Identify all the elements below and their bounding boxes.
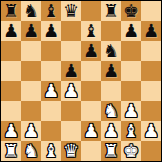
- piece-black-rook: ♜: [103, 1, 119, 21]
- square-f7[interactable]: [101, 21, 121, 41]
- piece-black-pawn: ♟: [83, 41, 99, 61]
- square-g4[interactable]: [121, 81, 141, 101]
- square-g5[interactable]: [121, 61, 141, 81]
- piece-black-bishop: ♝: [83, 21, 99, 41]
- square-a6[interactable]: [1, 41, 21, 61]
- square-b5[interactable]: [21, 61, 41, 81]
- piece-black-queen: ♛: [63, 1, 79, 21]
- square-e3[interactable]: [81, 101, 101, 121]
- square-a7[interactable]: ♟: [1, 21, 21, 41]
- square-g6[interactable]: [121, 41, 141, 61]
- square-d8[interactable]: ♛: [61, 1, 81, 21]
- square-d2[interactable]: [61, 121, 81, 141]
- piece-white-pawn: ♟: [63, 81, 79, 101]
- piece-black-knight: ♞: [23, 1, 39, 21]
- square-f8[interactable]: ♜: [101, 1, 121, 21]
- square-h1[interactable]: [141, 141, 161, 161]
- square-h5[interactable]: [141, 61, 161, 81]
- square-e7[interactable]: ♝: [81, 21, 101, 41]
- piece-white-bishop: ♝: [123, 121, 139, 141]
- square-f3[interactable]: ♞: [101, 101, 121, 121]
- square-a1[interactable]: ♜: [1, 141, 21, 161]
- piece-white-pawn: ♟: [23, 121, 39, 141]
- piece-black-knight: ♞: [103, 41, 119, 61]
- square-a8[interactable]: ♜: [1, 1, 21, 21]
- square-f5[interactable]: ♟: [101, 61, 121, 81]
- square-e8[interactable]: [81, 1, 101, 21]
- piece-white-king: ♚: [123, 141, 139, 161]
- piece-black-bishop: ♝: [43, 1, 59, 21]
- square-d3[interactable]: [61, 101, 81, 121]
- square-b2[interactable]: ♟: [21, 121, 41, 141]
- square-b3[interactable]: [21, 101, 41, 121]
- square-b7[interactable]: ♟: [21, 21, 41, 41]
- piece-white-pawn: ♟: [143, 121, 159, 141]
- square-g8[interactable]: ♚: [121, 1, 141, 21]
- square-c3[interactable]: [41, 101, 61, 121]
- square-h6[interactable]: [141, 41, 161, 61]
- square-a2[interactable]: ♟: [1, 121, 21, 141]
- square-h3[interactable]: [141, 101, 161, 121]
- square-d5[interactable]: ♟: [61, 61, 81, 81]
- square-c2[interactable]: [41, 121, 61, 141]
- square-f1[interactable]: ♜: [101, 141, 121, 161]
- square-b8[interactable]: ♞: [21, 1, 41, 21]
- piece-black-pawn: ♟: [3, 21, 19, 41]
- piece-white-pawn: ♟: [83, 121, 99, 141]
- piece-white-queen: ♛: [63, 141, 79, 161]
- square-c4[interactable]: ♟: [41, 81, 61, 101]
- piece-white-knight: ♞: [23, 141, 39, 161]
- piece-white-pawn: ♟: [123, 101, 139, 121]
- piece-black-pawn: ♟: [123, 21, 139, 41]
- square-b1[interactable]: ♞: [21, 141, 41, 161]
- chess-board: ♜♞♝♛♜♚♟♟♟♝♟♟♟♞♟♟♟♟♞♟♟♟♟♟♝♟♜♞♝♛♜♚: [1, 1, 161, 161]
- square-d6[interactable]: [61, 41, 81, 61]
- square-f2[interactable]: ♟: [101, 121, 121, 141]
- square-f4[interactable]: [101, 81, 121, 101]
- piece-black-pawn: ♟: [143, 21, 159, 41]
- square-c1[interactable]: ♝: [41, 141, 61, 161]
- square-e2[interactable]: ♟: [81, 121, 101, 141]
- square-e5[interactable]: [81, 61, 101, 81]
- square-c8[interactable]: ♝: [41, 1, 61, 21]
- square-c5[interactable]: [41, 61, 61, 81]
- piece-white-rook: ♜: [103, 141, 119, 161]
- square-e1[interactable]: [81, 141, 101, 161]
- square-e4[interactable]: [81, 81, 101, 101]
- piece-black-pawn: ♟: [23, 21, 39, 41]
- square-g7[interactable]: ♟: [121, 21, 141, 41]
- piece-white-pawn: ♟: [43, 81, 59, 101]
- square-h8[interactable]: [141, 1, 161, 21]
- square-h4[interactable]: [141, 81, 161, 101]
- square-d4[interactable]: ♟: [61, 81, 81, 101]
- square-g1[interactable]: ♚: [121, 141, 141, 161]
- square-d1[interactable]: ♛: [61, 141, 81, 161]
- piece-white-bishop: ♝: [43, 141, 59, 161]
- piece-white-pawn: ♟: [3, 121, 19, 141]
- piece-black-pawn: ♟: [63, 61, 79, 81]
- square-c7[interactable]: ♟: [41, 21, 61, 41]
- square-c6[interactable]: [41, 41, 61, 61]
- square-d7[interactable]: [61, 21, 81, 41]
- piece-white-rook: ♜: [3, 141, 19, 161]
- square-b6[interactable]: [21, 41, 41, 61]
- board-frame: ♜♞♝♛♜♚♟♟♟♝♟♟♟♞♟♟♟♟♞♟♟♟♟♟♝♟♜♞♝♛♜♚: [0, 0, 162, 162]
- square-h2[interactable]: ♟: [141, 121, 161, 141]
- square-e6[interactable]: ♟: [81, 41, 101, 61]
- square-h7[interactable]: ♟: [141, 21, 161, 41]
- square-b4[interactable]: [21, 81, 41, 101]
- piece-black-rook: ♜: [3, 1, 19, 21]
- square-a4[interactable]: [1, 81, 21, 101]
- square-a5[interactable]: [1, 61, 21, 81]
- square-a3[interactable]: [1, 101, 21, 121]
- square-g2[interactable]: ♝: [121, 121, 141, 141]
- piece-black-pawn: ♟: [103, 61, 119, 81]
- piece-white-pawn: ♟: [103, 121, 119, 141]
- piece-black-king: ♚: [123, 1, 139, 21]
- square-g3[interactable]: ♟: [121, 101, 141, 121]
- piece-white-knight: ♞: [103, 101, 119, 121]
- square-f6[interactable]: ♞: [101, 41, 121, 61]
- piece-black-pawn: ♟: [43, 21, 59, 41]
